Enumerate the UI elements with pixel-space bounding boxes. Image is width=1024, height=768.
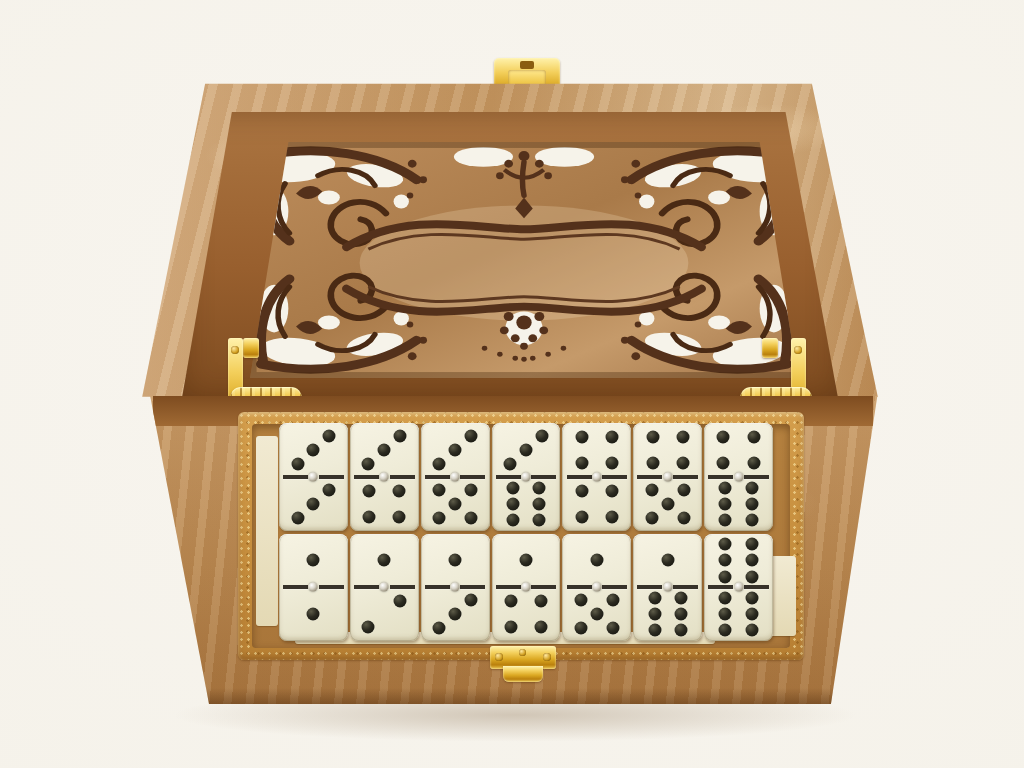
pip [535, 595, 548, 608]
pip [745, 570, 758, 583]
pip [506, 497, 519, 510]
pip [677, 483, 690, 496]
domino-divider [637, 585, 698, 589]
pip [719, 570, 732, 583]
pip [719, 608, 732, 621]
pip [575, 484, 588, 497]
domino-divider [496, 585, 557, 589]
pip [393, 484, 406, 497]
pip [378, 554, 391, 567]
hinge-screw [794, 346, 802, 354]
pip [606, 622, 619, 635]
pip [606, 430, 619, 443]
domino-half-bottom [562, 587, 631, 641]
pip [674, 608, 687, 621]
domino-4-5[interactable] [633, 423, 702, 531]
pip [533, 481, 546, 494]
domino-spinner [663, 583, 672, 592]
box-lid [140, 62, 880, 398]
pip [378, 443, 391, 456]
domino-half-top [492, 423, 561, 477]
tray-lining-right [770, 556, 796, 636]
latch-screw-left [495, 653, 503, 661]
pip [719, 497, 732, 510]
domino-1-3[interactable] [421, 534, 490, 642]
domino-half-top [562, 423, 631, 477]
pip [661, 497, 674, 510]
pip [717, 456, 730, 469]
pip [504, 621, 517, 634]
pip [606, 456, 619, 469]
pip [674, 624, 687, 637]
pip [745, 497, 758, 510]
pip [747, 456, 760, 469]
domino-6-6[interactable] [704, 534, 773, 642]
domino-half-bottom [633, 587, 702, 641]
domino-3-5[interactable] [421, 423, 490, 531]
domino-divider [567, 585, 628, 589]
pip [519, 554, 532, 567]
pip [393, 510, 406, 523]
domino-spinner [309, 583, 318, 592]
pip [747, 430, 760, 443]
pip [323, 483, 336, 496]
domino-half-bottom [279, 587, 348, 641]
domino-half-bottom [492, 477, 561, 531]
domino-half-top [704, 423, 773, 477]
tray-lining-left [256, 436, 278, 626]
domino-divider [708, 475, 769, 479]
pip [535, 621, 548, 634]
pip [575, 510, 588, 523]
domino-half-bottom [704, 477, 773, 531]
domino-half-bottom [633, 477, 702, 531]
pip [449, 443, 462, 456]
domino-half-bottom [421, 477, 490, 531]
pip [590, 608, 603, 621]
pip [648, 624, 661, 637]
latch-pin [519, 649, 526, 656]
gold-corner-bracket-left [243, 338, 259, 358]
domino-half-top [279, 423, 348, 477]
pip [575, 430, 588, 443]
domino-half-top [492, 534, 561, 588]
pip [719, 554, 732, 567]
domino-half-bottom [492, 587, 561, 641]
pip [449, 497, 462, 510]
domino-1-5[interactable] [562, 534, 631, 642]
domino-divider [425, 475, 486, 479]
fretwork-svg [250, 142, 798, 378]
pip [719, 481, 732, 494]
base-bottom-edge [145, 688, 881, 704]
domino-half-bottom [562, 477, 631, 531]
domino-divider [425, 585, 486, 589]
domino-half-top [421, 534, 490, 588]
domino-spinner [521, 472, 530, 481]
hinge-screw [231, 346, 239, 354]
pip [504, 595, 517, 608]
domino-spinner [380, 472, 389, 481]
pip [307, 443, 320, 456]
domino-1-2[interactable] [350, 534, 419, 642]
latch-screw-right [543, 653, 551, 661]
pip [575, 622, 588, 635]
domino-spinner [592, 472, 601, 481]
pip [307, 554, 320, 567]
domino-box-photo [0, 0, 1024, 768]
pip [745, 554, 758, 567]
pip [646, 430, 659, 443]
domino-half-top [704, 534, 773, 588]
pip [676, 430, 689, 443]
pip [362, 457, 375, 470]
domino-divider [283, 475, 344, 479]
pip [717, 430, 730, 443]
pip [606, 594, 619, 607]
domino-4-6[interactable] [704, 423, 773, 531]
domino-divider [283, 585, 344, 589]
pip [606, 510, 619, 523]
pip [590, 554, 603, 567]
pip [363, 510, 376, 523]
pip [745, 538, 758, 551]
pip [449, 608, 462, 621]
dominoes-grid [279, 423, 773, 641]
pip [394, 595, 407, 608]
pip [433, 622, 446, 635]
pip [575, 594, 588, 607]
domino-3-4[interactable] [350, 423, 419, 531]
fretwork-carving [250, 142, 798, 378]
pip [719, 513, 732, 526]
domino-spinner [734, 583, 743, 592]
domino-spinner [380, 583, 389, 592]
pip [648, 592, 661, 605]
pip [433, 483, 446, 496]
domino-spinner [309, 472, 318, 481]
pip [661, 554, 674, 567]
box-base [145, 396, 881, 704]
pip [394, 429, 407, 442]
pip [307, 497, 320, 510]
base-latch-tab [503, 666, 543, 682]
pip [674, 592, 687, 605]
pip [646, 456, 659, 469]
domino-4-4[interactable] [562, 423, 631, 531]
domino-3-3[interactable] [279, 423, 348, 531]
pip [291, 511, 304, 524]
pip [575, 456, 588, 469]
pip [363, 484, 376, 497]
domino-spinner [734, 472, 743, 481]
pip [362, 621, 375, 634]
pip [533, 497, 546, 510]
hasp-notch [520, 61, 534, 69]
domino-half-top [633, 534, 702, 588]
pip [433, 511, 446, 524]
pip [464, 594, 477, 607]
pip [307, 608, 320, 621]
pip [745, 608, 758, 621]
pip [533, 513, 546, 526]
pip [745, 513, 758, 526]
domino-half-top [421, 423, 490, 477]
pip [291, 457, 304, 470]
domino-divider [354, 585, 415, 589]
pip [433, 457, 446, 470]
domino-spinner [521, 583, 530, 592]
gold-corner-bracket-right [762, 338, 778, 358]
pip [535, 429, 548, 442]
domino-spinner [451, 472, 460, 481]
domino-half-bottom [421, 587, 490, 641]
pip [519, 443, 532, 456]
pip [719, 538, 732, 551]
domino-half-top [350, 534, 419, 588]
pip [745, 624, 758, 637]
domino-spinner [663, 472, 672, 481]
pip [645, 511, 658, 524]
domino-divider [496, 475, 557, 479]
pip [606, 484, 619, 497]
pip [506, 513, 519, 526]
pip [449, 554, 462, 567]
domino-1-6[interactable] [633, 534, 702, 642]
pip [745, 481, 758, 494]
domino-3-6[interactable] [492, 423, 561, 531]
pip [676, 456, 689, 469]
domino-half-bottom [279, 477, 348, 531]
domino-1-4[interactable] [492, 534, 561, 642]
pip [506, 481, 519, 494]
domino-half-top [279, 534, 348, 588]
pip [464, 429, 477, 442]
pip [645, 483, 658, 496]
domino-divider [708, 585, 769, 589]
domino-half-bottom [704, 587, 773, 641]
domino-divider [567, 475, 628, 479]
pip [504, 457, 517, 470]
pip [745, 592, 758, 605]
domino-divider [354, 475, 415, 479]
pip [323, 429, 336, 442]
domino-half-top [562, 534, 631, 588]
pip [464, 483, 477, 496]
pip [719, 592, 732, 605]
domino-divider [637, 475, 698, 479]
pip [719, 624, 732, 637]
pip [677, 511, 690, 524]
pip [648, 608, 661, 621]
domino-half-bottom [350, 587, 419, 641]
domino-spinner [592, 583, 601, 592]
domino-1-1[interactable] [279, 534, 348, 642]
domino-half-top [350, 423, 419, 477]
domino-half-top [633, 423, 702, 477]
domino-half-bottom [350, 477, 419, 531]
pip [464, 511, 477, 524]
domino-spinner [451, 583, 460, 592]
